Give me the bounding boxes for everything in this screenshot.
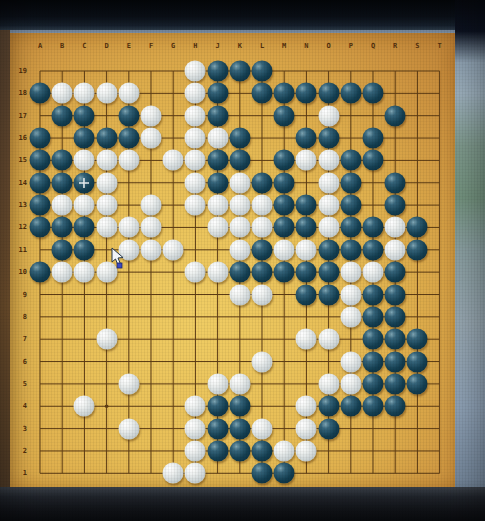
black-stone-q5[interactable] <box>363 373 384 394</box>
black-stone-s5[interactable] <box>407 373 428 394</box>
white-stone-c13[interactable] <box>74 195 95 216</box>
white-stone-j10[interactable] <box>207 262 228 283</box>
black-stone-a16[interactable] <box>30 128 51 149</box>
black-stone-r17[interactable] <box>385 105 406 126</box>
black-stone-e17[interactable] <box>118 105 139 126</box>
black-stone-m13[interactable] <box>274 195 295 216</box>
column-label-t: T <box>437 42 441 50</box>
white-stone-h17[interactable] <box>185 105 206 126</box>
column-label-s: S <box>415 42 419 50</box>
black-stone-p18[interactable] <box>340 83 361 104</box>
black-stone-q7[interactable] <box>363 329 384 350</box>
black-stone-o3[interactable] <box>318 418 339 439</box>
white-stone-h15[interactable] <box>185 150 206 171</box>
white-stone-l9[interactable] <box>252 284 273 305</box>
white-stone-f13[interactable] <box>141 195 162 216</box>
black-stone-j14[interactable] <box>207 172 228 193</box>
black-stone-a15[interactable] <box>30 150 51 171</box>
black-stone-r10[interactable] <box>385 262 406 283</box>
screen-right-edge <box>455 0 485 521</box>
white-stone-d7[interactable] <box>96 329 117 350</box>
white-stone-d18[interactable] <box>96 83 117 104</box>
white-stone-l12[interactable] <box>252 217 273 238</box>
white-stone-l6[interactable] <box>252 351 273 372</box>
white-stone-p8[interactable] <box>340 306 361 327</box>
black-stone-s7[interactable] <box>407 329 428 350</box>
black-stone-l14[interactable] <box>252 172 273 193</box>
white-stone-o5[interactable] <box>318 373 339 394</box>
row-label-4: 4 <box>23 402 27 410</box>
white-stone-k11[interactable] <box>229 239 250 260</box>
white-stone-g11[interactable] <box>163 239 184 260</box>
black-stone-q12[interactable] <box>363 217 384 238</box>
black-stone-n12[interactable] <box>296 217 317 238</box>
white-stone-p9[interactable] <box>340 284 361 305</box>
monitor-bezel <box>0 0 485 30</box>
white-stone-e15[interactable] <box>118 150 139 171</box>
white-stone-e12[interactable] <box>118 217 139 238</box>
black-stone-j3[interactable] <box>207 418 228 439</box>
black-stone-r6[interactable] <box>385 351 406 372</box>
white-stone-b13[interactable] <box>52 195 73 216</box>
black-stone-a18[interactable] <box>30 83 51 104</box>
black-stone-m1[interactable] <box>274 463 295 484</box>
black-stone-r8[interactable] <box>385 306 406 327</box>
white-stone-g1[interactable] <box>163 463 184 484</box>
black-stone-o9[interactable] <box>318 284 339 305</box>
black-stone-c12[interactable] <box>74 217 95 238</box>
white-stone-g15[interactable] <box>163 150 184 171</box>
black-stone-e16[interactable] <box>118 128 139 149</box>
black-stone-r7[interactable] <box>385 329 406 350</box>
white-stone-o15[interactable] <box>318 150 339 171</box>
black-stone-a12[interactable] <box>30 217 51 238</box>
white-stone-j13[interactable] <box>207 195 228 216</box>
black-stone-q11[interactable] <box>363 239 384 260</box>
column-label-n: N <box>304 42 308 50</box>
black-stone-r4[interactable] <box>385 396 406 417</box>
black-stone-q16[interactable] <box>363 128 384 149</box>
white-stone-e3[interactable] <box>118 418 139 439</box>
black-stone-c17[interactable] <box>74 105 95 126</box>
black-stone-d16[interactable] <box>96 128 117 149</box>
row-label-16: 16 <box>19 134 27 142</box>
white-stone-l3[interactable] <box>252 418 273 439</box>
white-stone-h19[interactable] <box>185 61 206 82</box>
monitor-screen: ABCDEFGHJKLMNOPQRST191817161514131211109… <box>0 0 485 521</box>
white-stone-e18[interactable] <box>118 83 139 104</box>
white-stone-h14[interactable] <box>185 172 206 193</box>
black-stone-r5[interactable] <box>385 373 406 394</box>
black-stone-p14[interactable] <box>340 172 361 193</box>
white-stone-d13[interactable] <box>96 195 117 216</box>
white-stone-k9[interactable] <box>229 284 250 305</box>
black-stone-l10[interactable] <box>252 262 273 283</box>
white-stone-n11[interactable] <box>296 239 317 260</box>
black-stone-k15[interactable] <box>229 150 250 171</box>
white-stone-o7[interactable] <box>318 329 339 350</box>
black-stone-b12[interactable] <box>52 217 73 238</box>
white-stone-k14[interactable] <box>229 172 250 193</box>
black-stone-n18[interactable] <box>296 83 317 104</box>
black-stone-a14[interactable] <box>30 172 51 193</box>
column-label-c: C <box>82 42 86 50</box>
black-stone-j18[interactable] <box>207 83 228 104</box>
column-label-e: E <box>127 42 131 50</box>
white-stone-k13[interactable] <box>229 195 250 216</box>
black-stone-l18[interactable] <box>252 83 273 104</box>
row-label-3: 3 <box>23 425 27 433</box>
white-stone-f16[interactable] <box>141 128 162 149</box>
row-label-18: 18 <box>19 89 27 97</box>
black-stone-j4[interactable] <box>207 396 228 417</box>
white-stone-f11[interactable] <box>141 239 162 260</box>
white-stone-n2[interactable] <box>296 440 317 461</box>
white-stone-p6[interactable] <box>340 351 361 372</box>
white-stone-c10[interactable] <box>74 262 95 283</box>
black-stone-l1[interactable] <box>252 463 273 484</box>
row-label-19: 19 <box>19 67 27 75</box>
row-label-9: 9 <box>23 291 27 299</box>
white-stone-b10[interactable] <box>52 262 73 283</box>
column-label-j: J <box>215 42 219 50</box>
white-stone-h1[interactable] <box>185 463 206 484</box>
white-stone-n3[interactable] <box>296 418 317 439</box>
white-stone-o14[interactable] <box>318 172 339 193</box>
row-label-10: 10 <box>19 268 27 276</box>
black-stone-j15[interactable] <box>207 150 228 171</box>
white-stone-d10[interactable] <box>96 262 117 283</box>
white-stone-k5[interactable] <box>229 373 250 394</box>
black-stone-n13[interactable] <box>296 195 317 216</box>
white-stone-r11[interactable] <box>385 239 406 260</box>
white-stone-j16[interactable] <box>207 128 228 149</box>
white-stone-o12[interactable] <box>318 217 339 238</box>
row-label-1: 1 <box>23 469 27 477</box>
column-label-f: F <box>149 42 153 50</box>
white-stone-l13[interactable] <box>252 195 273 216</box>
white-stone-c18[interactable] <box>74 83 95 104</box>
black-stone-r14[interactable] <box>385 172 406 193</box>
black-stone-o18[interactable] <box>318 83 339 104</box>
black-stone-q18[interactable] <box>363 83 384 104</box>
white-stone-h18[interactable] <box>185 83 206 104</box>
black-stone-s12[interactable] <box>407 217 428 238</box>
black-stone-n10[interactable] <box>296 262 317 283</box>
column-label-d: D <box>104 42 108 50</box>
black-stone-k4[interactable] <box>229 396 250 417</box>
white-stone-p5[interactable] <box>340 373 361 394</box>
black-stone-o4[interactable] <box>318 396 339 417</box>
white-stone-b18[interactable] <box>52 83 73 104</box>
screen-bottom-edge <box>0 487 485 521</box>
black-stone-k3[interactable] <box>229 418 250 439</box>
white-stone-h13[interactable] <box>185 195 206 216</box>
black-stone-b14[interactable] <box>52 172 73 193</box>
white-stone-h3[interactable] <box>185 418 206 439</box>
white-stone-n15[interactable] <box>296 150 317 171</box>
black-stone-b17[interactable] <box>52 105 73 126</box>
black-stone-m18[interactable] <box>274 83 295 104</box>
column-label-a: A <box>38 42 42 50</box>
black-stone-s6[interactable] <box>407 351 428 372</box>
row-label-13: 13 <box>19 201 27 209</box>
column-label-b: B <box>60 42 64 50</box>
black-stone-k16[interactable] <box>229 128 250 149</box>
column-label-r: R <box>393 42 397 50</box>
white-stone-f12[interactable] <box>141 217 162 238</box>
row-label-5: 5 <box>23 380 27 388</box>
black-stone-l2[interactable] <box>252 440 273 461</box>
white-stone-p10[interactable] <box>340 262 361 283</box>
black-stone-c14[interactable] <box>74 172 95 193</box>
black-stone-o16[interactable] <box>318 128 339 149</box>
black-stone-q6[interactable] <box>363 351 384 372</box>
white-stone-c4[interactable] <box>74 396 95 417</box>
column-label-q: Q <box>371 42 375 50</box>
column-label-o: O <box>326 42 330 50</box>
black-stone-k2[interactable] <box>229 440 250 461</box>
white-stone-o13[interactable] <box>318 195 339 216</box>
white-stone-q10[interactable] <box>363 262 384 283</box>
screen-left-edge <box>0 30 10 490</box>
black-stone-n16[interactable] <box>296 128 317 149</box>
row-label-15: 15 <box>19 156 27 164</box>
black-stone-p11[interactable] <box>340 239 361 260</box>
white-stone-c15[interactable] <box>74 150 95 171</box>
row-label-14: 14 <box>19 179 27 187</box>
black-stone-q8[interactable] <box>363 306 384 327</box>
white-stone-h2[interactable] <box>185 440 206 461</box>
black-stone-p12[interactable] <box>340 217 361 238</box>
white-stone-j5[interactable] <box>207 373 228 394</box>
row-label-8: 8 <box>23 313 27 321</box>
row-label-11: 11 <box>19 246 27 254</box>
row-label-7: 7 <box>23 335 27 343</box>
black-stone-m12[interactable] <box>274 217 295 238</box>
white-stone-d15[interactable] <box>96 150 117 171</box>
black-stone-l19[interactable] <box>252 61 273 82</box>
black-stone-j17[interactable] <box>207 105 228 126</box>
white-stone-d12[interactable] <box>96 217 117 238</box>
black-stone-a10[interactable] <box>30 262 51 283</box>
column-label-m: M <box>282 42 286 50</box>
white-stone-h4[interactable] <box>185 396 206 417</box>
white-stone-r12[interactable] <box>385 217 406 238</box>
black-stone-p15[interactable] <box>340 150 361 171</box>
black-stone-b15[interactable] <box>52 150 73 171</box>
column-label-g: G <box>171 42 175 50</box>
white-stone-k12[interactable] <box>229 217 250 238</box>
white-stone-n4[interactable] <box>296 396 317 417</box>
column-label-l: L <box>260 42 264 50</box>
column-label-k: K <box>238 42 242 50</box>
black-stone-r9[interactable] <box>385 284 406 305</box>
white-stone-f17[interactable] <box>141 105 162 126</box>
column-label-h: H <box>193 42 197 50</box>
black-stone-s11[interactable] <box>407 239 428 260</box>
black-stone-m15[interactable] <box>274 150 295 171</box>
column-label-p: P <box>349 42 353 50</box>
black-stone-n9[interactable] <box>296 284 317 305</box>
black-stone-k19[interactable] <box>229 61 250 82</box>
white-stone-o17[interactable] <box>318 105 339 126</box>
white-stone-e5[interactable] <box>118 373 139 394</box>
black-stone-m17[interactable] <box>274 105 295 126</box>
black-stone-l11[interactable] <box>252 239 273 260</box>
row-label-17: 17 <box>19 112 27 120</box>
black-stone-q15[interactable] <box>363 150 384 171</box>
black-stone-c16[interactable] <box>74 128 95 149</box>
black-stone-m10[interactable] <box>274 262 295 283</box>
black-stone-q9[interactable] <box>363 284 384 305</box>
white-stone-m2[interactable] <box>274 440 295 461</box>
white-stone-m11[interactable] <box>274 239 295 260</box>
black-stone-m14[interactable] <box>274 172 295 193</box>
black-stone-j2[interactable] <box>207 440 228 461</box>
white-stone-h10[interactable] <box>185 262 206 283</box>
black-stone-r13[interactable] <box>385 195 406 216</box>
white-stone-n7[interactable] <box>296 329 317 350</box>
black-stone-k10[interactable] <box>229 262 250 283</box>
black-stone-o11[interactable] <box>318 239 339 260</box>
white-stone-d14[interactable] <box>96 172 117 193</box>
black-stone-c11[interactable] <box>74 239 95 260</box>
row-label-2: 2 <box>23 447 27 455</box>
white-stone-j12[interactable] <box>207 217 228 238</box>
black-stone-p13[interactable] <box>340 195 361 216</box>
row-label-12: 12 <box>19 223 27 231</box>
row-label-6: 6 <box>23 358 27 366</box>
black-stone-b11[interactable] <box>52 239 73 260</box>
black-stone-a13[interactable] <box>30 195 51 216</box>
black-stone-o10[interactable] <box>318 262 339 283</box>
white-stone-e11[interactable] <box>118 239 139 260</box>
black-stone-p4[interactable] <box>340 396 361 417</box>
white-stone-h16[interactable] <box>185 128 206 149</box>
black-stone-q4[interactable] <box>363 396 384 417</box>
black-stone-j19[interactable] <box>207 61 228 82</box>
